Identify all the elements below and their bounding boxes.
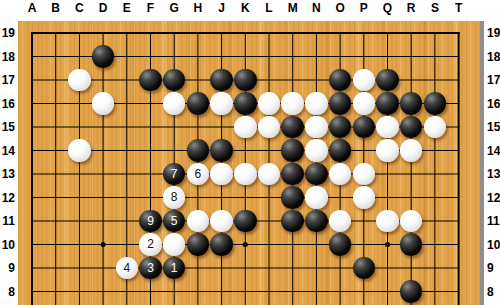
stone-black-M14[interactable]	[281, 139, 304, 162]
coord-label-col-P: P	[360, 1, 368, 15]
coord-label-col-D: D	[99, 1, 108, 15]
move-number: 2	[147, 238, 154, 250]
stone-black-R16[interactable]	[400, 92, 423, 115]
stone-white-C14[interactable]	[68, 139, 91, 162]
stone-black-N13[interactable]	[305, 163, 328, 186]
coord-label-row-10-left: 10	[1, 238, 15, 252]
stone-black-J17[interactable]	[210, 69, 233, 92]
stone-white-Q14[interactable]	[376, 139, 399, 162]
stone-black-O16[interactable]	[329, 92, 352, 115]
move-number: 1	[171, 262, 178, 274]
coord-label-col-J: J	[218, 1, 225, 15]
stone-black-H14[interactable]	[187, 139, 210, 162]
stone-black-M13[interactable]	[281, 163, 304, 186]
coord-label-row-13-left: 13	[1, 167, 15, 181]
coord-label-row-8-right: 8	[487, 285, 500, 299]
stone-white-P16[interactable]	[353, 92, 376, 115]
coord-label-row-10-right: 10	[487, 238, 500, 252]
stone-white-L16[interactable]	[258, 92, 281, 115]
stone-white-G10[interactable]	[163, 233, 186, 256]
stone-black-F11[interactable]: 9	[139, 210, 162, 233]
coord-label-col-N: N	[312, 1, 321, 15]
stone-black-H16[interactable]	[187, 92, 210, 115]
stone-white-N16[interactable]	[305, 92, 328, 115]
coord-label-row-17-right: 17	[487, 73, 500, 87]
coord-label-col-C: C	[75, 1, 84, 15]
stone-white-N14[interactable]	[305, 139, 328, 162]
stone-black-R10[interactable]	[400, 233, 423, 256]
move-number: 8	[171, 191, 178, 203]
stone-black-M11[interactable]	[281, 210, 304, 233]
coord-label-row-16-left: 16	[1, 97, 15, 111]
stone-black-M15[interactable]	[281, 116, 304, 139]
move-number: 3	[147, 262, 154, 274]
coord-label-row-18-right: 18	[487, 50, 500, 64]
stone-black-J14[interactable]	[210, 139, 233, 162]
stone-black-R8[interactable]	[400, 280, 423, 303]
go-board-screenshot: ABCDEFGHJKLMNOPQRST 19181716151413121110…	[0, 0, 500, 305]
coord-label-row-17-left: 17	[1, 73, 15, 87]
stone-white-K13[interactable]	[234, 163, 257, 186]
coord-label-col-H: H	[194, 1, 203, 15]
stone-white-N12[interactable]	[305, 186, 328, 209]
stone-white-D16[interactable]	[92, 92, 115, 115]
coord-label-col-F: F	[147, 1, 154, 15]
stone-white-Q15[interactable]	[376, 116, 399, 139]
stone-black-M12[interactable]	[281, 186, 304, 209]
stone-white-G12[interactable]: 8	[163, 186, 186, 209]
stone-white-J11[interactable]	[210, 210, 233, 233]
stone-black-J10[interactable]	[210, 233, 233, 256]
coord-label-row-12-left: 12	[1, 191, 15, 205]
stone-black-S16[interactable]	[424, 92, 447, 115]
coord-label-col-G: G	[170, 1, 179, 15]
stone-black-Q17[interactable]	[376, 69, 399, 92]
coord-label-col-L: L	[265, 1, 272, 15]
coord-label-col-A: A	[28, 1, 37, 15]
coord-label-row-19-right: 19	[487, 26, 500, 40]
coord-label-col-S: S	[431, 1, 439, 15]
stone-black-K16[interactable]	[234, 92, 257, 115]
move-number: 9	[147, 215, 154, 227]
coord-label-col-B: B	[51, 1, 60, 15]
move-number: 4	[123, 262, 130, 274]
stone-white-J13[interactable]	[210, 163, 233, 186]
stone-white-Q11[interactable]	[376, 210, 399, 233]
stone-black-D18[interactable]	[92, 45, 115, 68]
stone-black-Q16[interactable]	[376, 92, 399, 115]
coord-label-row-15-left: 15	[1, 120, 15, 134]
move-number: 7	[171, 168, 178, 180]
coord-label-row-12-right: 12	[487, 191, 500, 205]
coord-label-row-11-right: 11	[487, 214, 500, 228]
coord-label-col-M: M	[288, 1, 298, 15]
stone-black-O10[interactable]	[329, 233, 352, 256]
stone-black-F9[interactable]: 3	[139, 257, 162, 280]
coord-label-row-13-right: 13	[487, 167, 500, 181]
coord-label-col-R: R	[407, 1, 416, 15]
coord-label-col-O: O	[335, 1, 344, 15]
stone-white-P12[interactable]	[353, 186, 376, 209]
coord-label-row-14-left: 14	[1, 144, 15, 158]
stone-white-K15[interactable]	[234, 116, 257, 139]
stone-black-K11[interactable]	[234, 210, 257, 233]
go-board[interactable]: 768952431	[18, 21, 484, 305]
coord-label-col-K: K	[241, 1, 250, 15]
stone-black-H10[interactable]	[187, 233, 210, 256]
stone-white-M16[interactable]	[281, 92, 304, 115]
move-number: 6	[195, 168, 202, 180]
coord-label-row-16-right: 16	[487, 97, 500, 111]
stone-white-C17[interactable]	[68, 69, 91, 92]
coord-label-row-19-left: 19	[1, 26, 15, 40]
coord-label-row-11-left: 11	[1, 214, 15, 228]
stone-white-F10[interactable]: 2	[139, 233, 162, 256]
stone-black-N11[interactable]	[305, 210, 328, 233]
coord-label-row-9-right: 9	[487, 261, 500, 275]
stone-black-O14[interactable]	[329, 139, 352, 162]
stone-white-J16[interactable]	[210, 92, 233, 115]
coord-label-row-18-left: 18	[1, 50, 15, 64]
move-number: 5	[171, 215, 178, 227]
coord-label-row-15-right: 15	[487, 120, 500, 134]
stone-white-R14[interactable]	[400, 139, 423, 162]
stone-white-N15[interactable]	[305, 116, 328, 139]
stone-black-K17[interactable]	[234, 69, 257, 92]
stone-white-G16[interactable]	[163, 92, 186, 115]
coord-label-col-T: T	[455, 1, 462, 15]
coord-label-row-9-left: 9	[1, 261, 15, 275]
stone-black-F17[interactable]	[139, 69, 162, 92]
coord-label-col-E: E	[123, 1, 131, 15]
coord-label-row-8-left: 8	[1, 285, 15, 299]
coord-label-row-14-right: 14	[487, 144, 500, 158]
coord-label-col-Q: Q	[383, 1, 392, 15]
